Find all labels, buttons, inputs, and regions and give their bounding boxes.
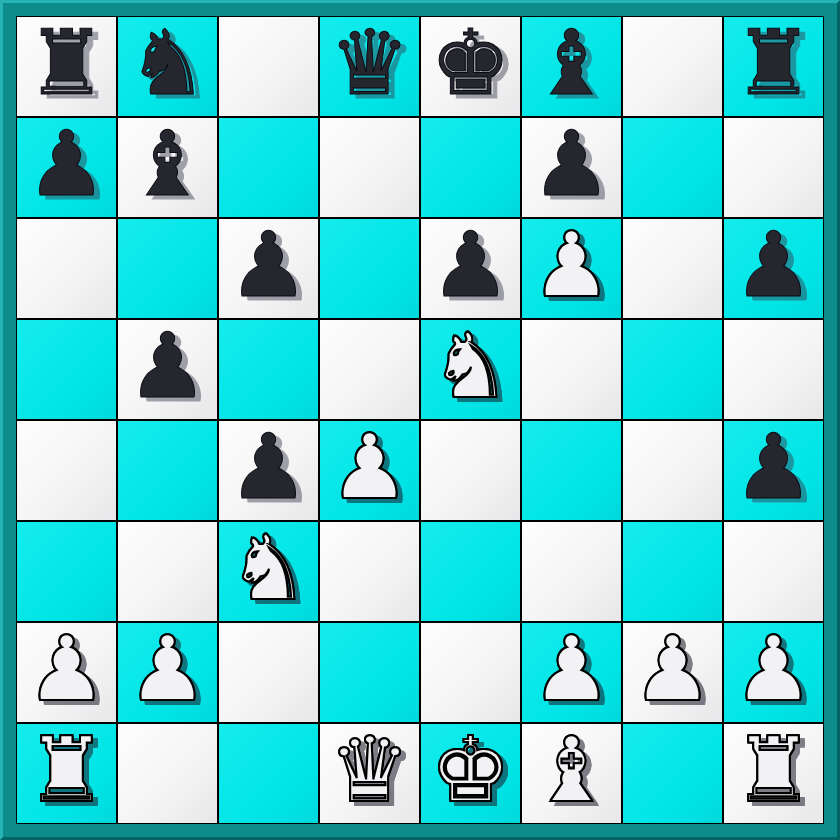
square-b8[interactable]: ♞ bbox=[117, 16, 218, 117]
square-b4[interactable] bbox=[117, 420, 218, 521]
square-g4[interactable] bbox=[622, 420, 723, 521]
square-e2[interactable] bbox=[420, 622, 521, 723]
square-b3[interactable] bbox=[117, 521, 218, 622]
square-f7[interactable]: ♟ bbox=[521, 117, 622, 218]
square-c8[interactable] bbox=[218, 16, 319, 117]
square-g7[interactable] bbox=[622, 117, 723, 218]
piece-black-bishop[interactable]: ♝ bbox=[531, 18, 612, 108]
square-b7[interactable]: ♝ bbox=[117, 117, 218, 218]
square-c2[interactable] bbox=[218, 622, 319, 723]
piece-white-pawn[interactable]: ♟ bbox=[531, 220, 612, 310]
square-a3[interactable] bbox=[16, 521, 117, 622]
square-g5[interactable] bbox=[622, 319, 723, 420]
square-e4[interactable] bbox=[420, 420, 521, 521]
piece-white-pawn[interactable]: ♟ bbox=[26, 624, 107, 714]
square-f3[interactable] bbox=[521, 521, 622, 622]
square-h8[interactable]: ♜ bbox=[723, 16, 824, 117]
piece-black-pawn[interactable]: ♟ bbox=[127, 321, 208, 411]
square-g6[interactable] bbox=[622, 218, 723, 319]
square-g3[interactable] bbox=[622, 521, 723, 622]
square-d4[interactable]: ♟ bbox=[319, 420, 420, 521]
piece-white-rook[interactable]: ♜ bbox=[26, 725, 107, 815]
square-f5[interactable] bbox=[521, 319, 622, 420]
square-e3[interactable] bbox=[420, 521, 521, 622]
piece-white-pawn[interactable]: ♟ bbox=[733, 624, 814, 714]
square-b6[interactable] bbox=[117, 218, 218, 319]
square-h5[interactable] bbox=[723, 319, 824, 420]
square-h7[interactable] bbox=[723, 117, 824, 218]
piece-white-pawn[interactable]: ♟ bbox=[632, 624, 713, 714]
square-c3[interactable]: ♞ bbox=[218, 521, 319, 622]
square-h2[interactable]: ♟ bbox=[723, 622, 824, 723]
piece-black-knight[interactable]: ♞ bbox=[127, 18, 208, 108]
square-e8[interactable]: ♚ bbox=[420, 16, 521, 117]
piece-white-queen[interactable]: ♛ bbox=[329, 725, 410, 815]
piece-white-pawn[interactable]: ♟ bbox=[531, 624, 612, 714]
piece-black-pawn[interactable]: ♟ bbox=[228, 422, 309, 512]
piece-black-pawn[interactable]: ♟ bbox=[430, 220, 511, 310]
square-d8[interactable]: ♛ bbox=[319, 16, 420, 117]
square-f8[interactable]: ♝ bbox=[521, 16, 622, 117]
piece-black-pawn[interactable]: ♟ bbox=[733, 422, 814, 512]
board-frame: ♜♞♛♚♝♜♟♝♟♟♟♟♟♟♞♟♟♟♞♟♟♟♟♟♜♛♚♝♜ bbox=[0, 0, 840, 840]
square-a2[interactable]: ♟ bbox=[16, 622, 117, 723]
square-e5[interactable]: ♞ bbox=[420, 319, 521, 420]
square-e6[interactable]: ♟ bbox=[420, 218, 521, 319]
piece-white-rook[interactable]: ♜ bbox=[733, 725, 814, 815]
square-d7[interactable] bbox=[319, 117, 420, 218]
piece-white-bishop[interactable]: ♝ bbox=[531, 725, 612, 815]
square-h6[interactable]: ♟ bbox=[723, 218, 824, 319]
square-h3[interactable] bbox=[723, 521, 824, 622]
piece-white-knight[interactable]: ♞ bbox=[228, 523, 309, 613]
square-a7[interactable]: ♟ bbox=[16, 117, 117, 218]
square-h4[interactable]: ♟ bbox=[723, 420, 824, 521]
square-c4[interactable]: ♟ bbox=[218, 420, 319, 521]
square-f6[interactable]: ♟ bbox=[521, 218, 622, 319]
square-d6[interactable] bbox=[319, 218, 420, 319]
square-b1[interactable] bbox=[117, 723, 218, 824]
piece-black-pawn[interactable]: ♟ bbox=[228, 220, 309, 310]
square-f1[interactable]: ♝ bbox=[521, 723, 622, 824]
piece-black-rook[interactable]: ♜ bbox=[26, 18, 107, 108]
square-b2[interactable]: ♟ bbox=[117, 622, 218, 723]
square-a5[interactable] bbox=[16, 319, 117, 420]
piece-white-king[interactable]: ♚ bbox=[430, 725, 511, 815]
square-a6[interactable] bbox=[16, 218, 117, 319]
square-d1[interactable]: ♛ bbox=[319, 723, 420, 824]
square-d5[interactable] bbox=[319, 319, 420, 420]
square-f2[interactable]: ♟ bbox=[521, 622, 622, 723]
piece-black-king[interactable]: ♚ bbox=[430, 18, 511, 108]
square-a4[interactable] bbox=[16, 420, 117, 521]
piece-white-knight[interactable]: ♞ bbox=[430, 321, 511, 411]
square-e7[interactable] bbox=[420, 117, 521, 218]
square-c6[interactable]: ♟ bbox=[218, 218, 319, 319]
square-d3[interactable] bbox=[319, 521, 420, 622]
square-a1[interactable]: ♜ bbox=[16, 723, 117, 824]
square-b5[interactable]: ♟ bbox=[117, 319, 218, 420]
square-h1[interactable]: ♜ bbox=[723, 723, 824, 824]
square-g1[interactable] bbox=[622, 723, 723, 824]
piece-black-pawn[interactable]: ♟ bbox=[26, 119, 107, 209]
square-d2[interactable] bbox=[319, 622, 420, 723]
piece-black-pawn[interactable]: ♟ bbox=[733, 220, 814, 310]
square-c1[interactable] bbox=[218, 723, 319, 824]
square-g2[interactable]: ♟ bbox=[622, 622, 723, 723]
square-e1[interactable]: ♚ bbox=[420, 723, 521, 824]
piece-black-bishop[interactable]: ♝ bbox=[127, 119, 208, 209]
piece-white-pawn[interactable]: ♟ bbox=[127, 624, 208, 714]
piece-black-pawn[interactable]: ♟ bbox=[531, 119, 612, 209]
board: ♜♞♛♚♝♜♟♝♟♟♟♟♟♟♞♟♟♟♞♟♟♟♟♟♜♛♚♝♜ bbox=[16, 16, 824, 824]
piece-white-pawn[interactable]: ♟ bbox=[329, 422, 410, 512]
square-a8[interactable]: ♜ bbox=[16, 16, 117, 117]
square-g8[interactable] bbox=[622, 16, 723, 117]
piece-black-queen[interactable]: ♛ bbox=[329, 18, 410, 108]
square-f4[interactable] bbox=[521, 420, 622, 521]
square-c5[interactable] bbox=[218, 319, 319, 420]
piece-black-rook[interactable]: ♜ bbox=[733, 18, 814, 108]
square-c7[interactable] bbox=[218, 117, 319, 218]
